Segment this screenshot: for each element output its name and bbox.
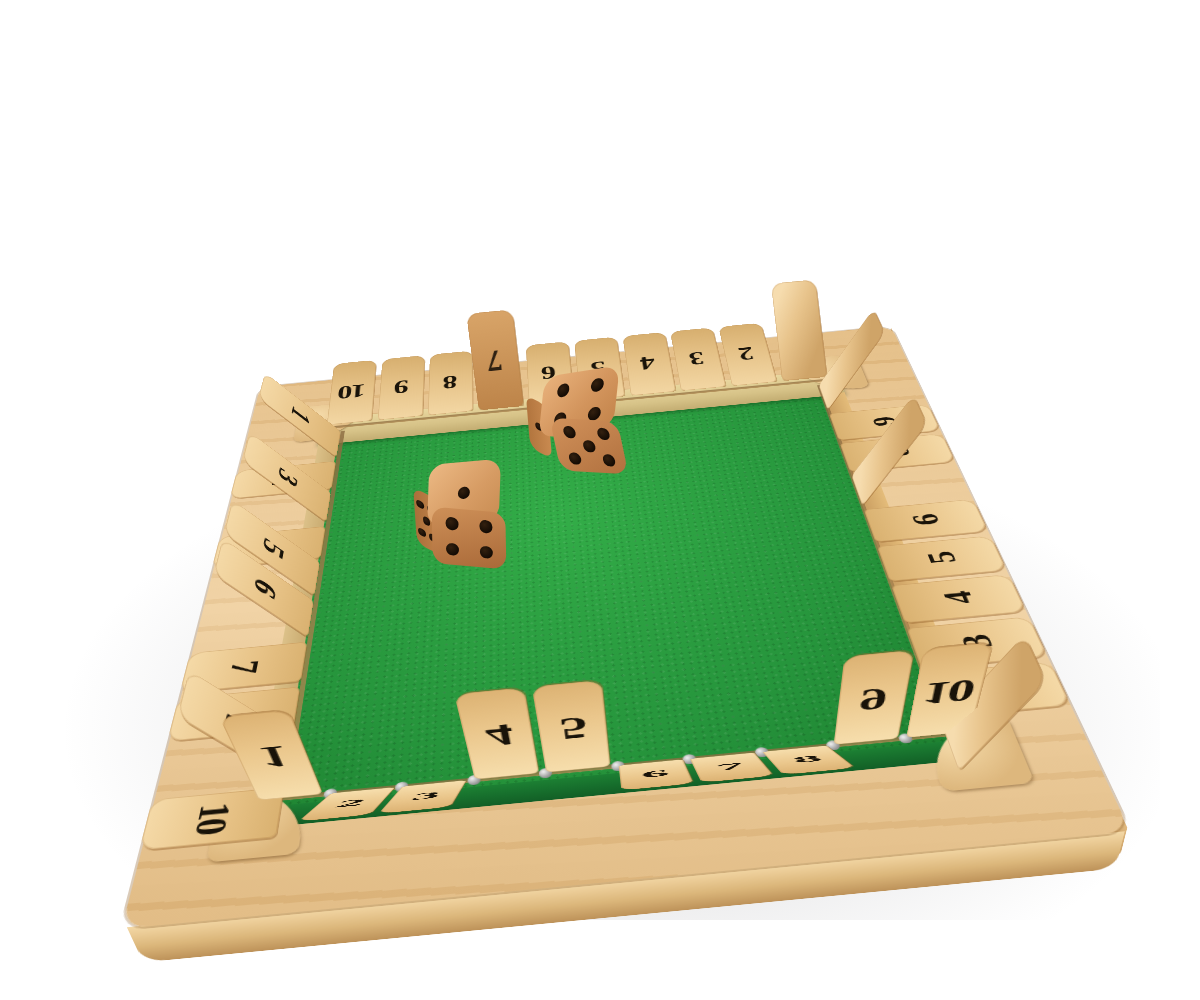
tile-number: 5 — [532, 680, 611, 773]
scene: 109876543298654321234567891012345678910 — [169, 132, 1020, 983]
tile-south-5[interactable]: 5 — [532, 680, 611, 773]
photo-background: { "game": "Shut the Box (4-player)", "de… — [0, 0, 1200, 1000]
perspective-wrapper: 109876543298654321234567891012345678910 — [169, 132, 1020, 983]
board-plane: 109876543298654321234567891012345678910 — [121, 326, 1130, 929]
tile-north-1[interactable] — [771, 279, 827, 381]
